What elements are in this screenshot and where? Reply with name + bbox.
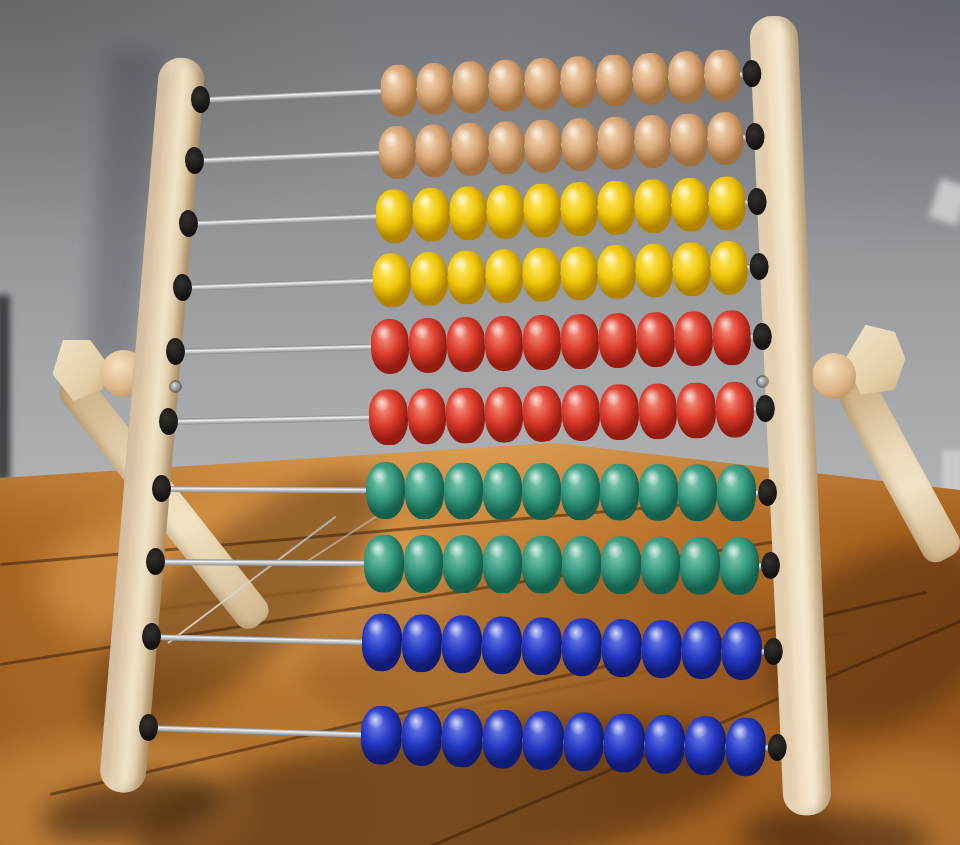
red-bead[interactable] [598,313,637,369]
blue-bead[interactable] [561,618,602,677]
green-bead[interactable] [405,462,444,519]
green-bead[interactable] [719,537,759,595]
natural-bead[interactable] [667,50,705,104]
green-bead[interactable] [366,462,405,519]
blue-bead[interactable] [400,706,442,766]
red-bead[interactable] [638,383,678,440]
blue-bead[interactable] [522,710,564,770]
red-bead[interactable] [484,386,524,443]
blue-bead[interactable] [401,614,442,673]
blue-bead[interactable] [721,622,762,681]
yellow-bead[interactable] [634,179,673,234]
green-bead[interactable] [443,535,483,593]
red-bead[interactable] [522,385,562,442]
natural-bead[interactable] [487,121,526,175]
blue-bead[interactable] [684,715,726,775]
natural-bead[interactable] [703,49,741,103]
red-bead[interactable] [522,315,561,371]
blue-bead[interactable] [521,617,562,676]
green-bead[interactable] [522,463,561,520]
rod-end-cap-left [166,338,186,365]
natural-bead[interactable] [669,113,708,167]
rod-end-cap-left [172,274,192,302]
natural-bead[interactable] [487,59,525,113]
red-bead[interactable] [676,382,716,439]
green-bead[interactable] [403,535,443,593]
bead-group-right [366,462,756,521]
red-bead[interactable] [560,314,599,370]
natural-bead[interactable] [523,57,561,111]
rod-end-cap-right [752,323,772,350]
natural-bead[interactable] [631,52,669,106]
bead-group-right [361,613,762,681]
red-bead[interactable] [712,310,751,366]
natural-bead[interactable] [560,117,599,171]
natural-bead[interactable] [451,60,489,114]
yellow-bead[interactable] [597,244,636,300]
blue-bead[interactable] [481,616,522,675]
abacus-row-7 [161,458,768,524]
yellow-bead[interactable] [412,187,451,242]
natural-bead[interactable] [597,116,636,170]
rod-end-cap-right [749,253,769,281]
natural-bead[interactable] [414,124,453,178]
blue-bead[interactable] [562,712,604,772]
green-bead[interactable] [600,463,639,520]
rod-end-cap-right [742,60,762,88]
yellow-bead[interactable] [634,243,673,299]
red-bead[interactable] [445,387,485,444]
abacus-photo [0,0,960,845]
yellow-bead[interactable] [560,181,599,236]
green-bead[interactable] [639,464,678,521]
bead-group-right [378,111,745,179]
rod-end-cap-right [761,552,780,579]
green-bead[interactable] [680,537,720,595]
bead-group-right [375,176,747,244]
yellow-bead[interactable] [672,242,711,298]
rod-end-cap-left [184,147,204,175]
natural-bead[interactable] [559,55,597,109]
blue-bead[interactable] [481,709,523,769]
yellow-bead[interactable] [597,180,636,235]
red-bead[interactable] [408,317,447,373]
yellow-bead[interactable] [449,186,488,241]
green-bead[interactable] [482,535,522,593]
natural-bead[interactable] [524,119,563,173]
natural-bead[interactable] [706,111,745,165]
rod-end-cap-right [756,395,776,422]
red-bead[interactable] [674,311,713,367]
left-post-screw [171,382,180,391]
natural-bead[interactable] [378,125,417,179]
blue-bead[interactable] [603,713,645,773]
blue-bead[interactable] [681,621,722,680]
green-bead[interactable] [444,462,483,519]
yellow-bead[interactable] [708,176,747,231]
rod-end-cap-left [159,408,179,435]
blue-bead[interactable] [361,613,402,672]
bead-group-right [370,310,751,375]
yellow-bead[interactable] [372,253,411,309]
yellow-bead[interactable] [709,240,748,296]
abacus-row-9 [150,606,774,683]
yellow-bead[interactable] [447,250,486,306]
rod-end-cap-right [767,734,787,762]
green-bead[interactable] [678,464,717,521]
green-bead[interactable] [561,463,600,520]
blue-bead[interactable] [641,620,682,679]
rod-end-cap-right [747,188,767,216]
rod-end-cap-right [758,479,777,506]
yellow-bead[interactable] [484,248,523,304]
natural-bead[interactable] [595,54,633,108]
bead-rows [0,0,960,845]
rod-end-cap-left [190,86,210,114]
green-bead[interactable] [601,536,641,594]
bead-group-right [364,535,759,595]
yellow-bead[interactable] [671,177,710,232]
yellow-bead[interactable] [486,184,525,239]
rod-end-cap-left [146,548,165,575]
blue-bead[interactable] [601,619,642,678]
green-bead[interactable] [483,463,522,520]
yellow-bead[interactable] [559,246,598,302]
natural-bead[interactable] [380,64,418,118]
red-bead[interactable] [715,381,755,438]
green-bead[interactable] [717,464,756,521]
natural-bead[interactable] [451,122,490,176]
abacus-row-5 [174,306,763,383]
rod-end-cap-left [142,623,162,650]
green-bead[interactable] [561,536,601,594]
natural-bead[interactable] [416,62,454,116]
red-bead[interactable] [561,385,601,442]
abacus-row-8 [155,531,771,597]
abacus-row-6 [167,378,766,453]
rod-end-cap-left [178,210,198,238]
natural-bead[interactable] [633,114,672,168]
red-bead[interactable] [370,318,409,374]
red-bead[interactable] [636,312,675,368]
blue-bead[interactable] [441,708,483,768]
red-bead[interactable] [484,316,523,372]
yellow-bead[interactable] [409,251,448,307]
yellow-bead[interactable] [522,247,561,303]
rod-end-cap-right [764,638,784,665]
red-bead[interactable] [446,317,485,373]
bead-group-right [372,240,749,308]
right-post-screw [758,377,767,386]
yellow-bead[interactable] [375,189,414,244]
abacus-row-10 [147,697,779,779]
red-bead[interactable] [368,389,408,446]
blue-bead[interactable] [360,705,402,765]
red-bead[interactable] [599,384,639,441]
yellow-bead[interactable] [523,183,562,238]
green-bead[interactable] [522,536,562,594]
rod-end-cap-right [745,123,765,151]
green-bead[interactable] [364,535,404,593]
rod-end-cap-left [152,475,171,502]
blue-bead[interactable] [643,714,685,774]
blue-bead[interactable] [724,717,766,777]
bead-group-right [368,381,754,445]
bead-group-right [380,49,742,118]
red-bead[interactable] [407,388,447,445]
blue-bead[interactable] [441,615,482,674]
green-bead[interactable] [640,536,680,594]
rod-end-cap-left [139,714,159,742]
bead-group-right [360,705,767,777]
